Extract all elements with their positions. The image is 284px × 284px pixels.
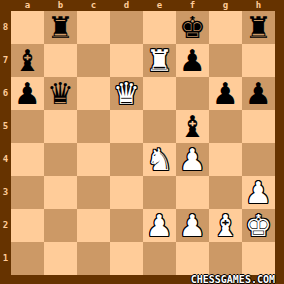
square-c8[interactable] [77, 11, 110, 44]
square-b7[interactable] [44, 44, 77, 77]
square-h4[interactable] [242, 143, 275, 176]
square-a5[interactable] [11, 110, 44, 143]
square-e4[interactable]: ♞ [143, 143, 176, 176]
square-a7[interactable]: ♝ [11, 44, 44, 77]
square-f2[interactable]: ♟ [176, 209, 209, 242]
square-g7[interactable] [209, 44, 242, 77]
rank-label-3: 3 [0, 176, 11, 209]
square-d1[interactable] [110, 242, 143, 275]
square-b8[interactable]: ♜ [44, 11, 77, 44]
square-e6[interactable] [143, 77, 176, 110]
rank-label-4: 4 [0, 143, 11, 176]
piece-white-queen: ♛ [113, 77, 140, 110]
square-d4[interactable] [110, 143, 143, 176]
piece-black-king: ♚ [179, 11, 206, 44]
square-e5[interactable] [143, 110, 176, 143]
chess-board: ♜♚♜♝♜♟♟♛♛♟♟♝♞♟♟♟♟♝♚ [11, 11, 275, 275]
file-label-g: g [209, 0, 242, 11]
piece-white-king: ♚ [245, 209, 272, 242]
square-b3[interactable] [44, 176, 77, 209]
chessgames-logo-text: CHESSGAMES.COM [191, 275, 275, 284]
square-b1[interactable] [44, 242, 77, 275]
square-h8[interactable]: ♜ [242, 11, 275, 44]
rank-label-1: 1 [0, 242, 11, 275]
square-g6[interactable]: ♟ [209, 77, 242, 110]
file-label-a: a [11, 0, 44, 11]
square-h5[interactable] [242, 110, 275, 143]
square-f6[interactable] [176, 77, 209, 110]
piece-black-rook: ♜ [47, 11, 74, 44]
square-c2[interactable] [77, 209, 110, 242]
file-label-d: d [110, 0, 143, 11]
piece-white-bishop: ♝ [212, 209, 239, 242]
piece-black-rook: ♜ [245, 11, 272, 44]
square-f5[interactable]: ♝ [176, 110, 209, 143]
piece-black-pawn: ♟ [212, 77, 239, 110]
file-label-c: c [77, 0, 110, 11]
file-label-f: f [176, 0, 209, 11]
rank-label-5: 5 [0, 110, 11, 143]
square-g4[interactable] [209, 143, 242, 176]
piece-black-bishop: ♝ [14, 44, 41, 77]
piece-white-pawn: ♟ [245, 176, 272, 209]
square-g3[interactable] [209, 176, 242, 209]
square-d5[interactable] [110, 110, 143, 143]
file-label-b: b [44, 0, 77, 11]
square-h2[interactable]: ♚ [242, 209, 275, 242]
piece-black-pawn: ♟ [245, 77, 272, 110]
square-e1[interactable] [143, 242, 176, 275]
square-g1[interactable] [209, 242, 242, 275]
square-c7[interactable] [77, 44, 110, 77]
square-f3[interactable] [176, 176, 209, 209]
square-h3[interactable]: ♟ [242, 176, 275, 209]
piece-black-bishop: ♝ [179, 110, 206, 143]
square-g5[interactable] [209, 110, 242, 143]
square-c3[interactable] [77, 176, 110, 209]
piece-white-pawn: ♟ [179, 143, 206, 176]
square-d2[interactable] [110, 209, 143, 242]
piece-white-pawn: ♟ [146, 209, 173, 242]
piece-black-pawn: ♟ [179, 44, 206, 77]
square-f8[interactable]: ♚ [176, 11, 209, 44]
square-e7[interactable]: ♜ [143, 44, 176, 77]
piece-white-knight: ♞ [146, 143, 173, 176]
square-h6[interactable]: ♟ [242, 77, 275, 110]
square-e2[interactable]: ♟ [143, 209, 176, 242]
square-d8[interactable] [110, 11, 143, 44]
rank-label-6: 6 [0, 77, 11, 110]
square-c5[interactable] [77, 110, 110, 143]
piece-white-pawn: ♟ [179, 209, 206, 242]
chess-board-frame: abcdefgh 87654321 ♜♚♜♝♜♟♟♛♛♟♟♝♞♟♟♟♟♝♚ CH… [0, 0, 284, 284]
square-d6[interactable]: ♛ [110, 77, 143, 110]
square-e8[interactable] [143, 11, 176, 44]
square-c1[interactable] [77, 242, 110, 275]
piece-white-rook: ♜ [146, 44, 173, 77]
square-f1[interactable] [176, 242, 209, 275]
square-d3[interactable] [110, 176, 143, 209]
square-a6[interactable]: ♟ [11, 77, 44, 110]
rank-label-2: 2 [0, 209, 11, 242]
square-b2[interactable] [44, 209, 77, 242]
rank-label-8: 8 [0, 11, 11, 44]
square-d7[interactable] [110, 44, 143, 77]
square-a4[interactable] [11, 143, 44, 176]
square-f4[interactable]: ♟ [176, 143, 209, 176]
square-a8[interactable] [11, 11, 44, 44]
square-a1[interactable] [11, 242, 44, 275]
square-b6[interactable]: ♛ [44, 77, 77, 110]
square-g8[interactable] [209, 11, 242, 44]
square-c4[interactable] [77, 143, 110, 176]
file-label-e: e [143, 0, 176, 11]
rank-label-7: 7 [0, 44, 11, 77]
square-e3[interactable] [143, 176, 176, 209]
file-label-h: h [242, 0, 275, 11]
piece-black-queen: ♛ [47, 77, 74, 110]
square-h7[interactable] [242, 44, 275, 77]
square-c6[interactable] [77, 77, 110, 110]
square-h1[interactable] [242, 242, 275, 275]
square-f7[interactable]: ♟ [176, 44, 209, 77]
piece-black-pawn: ♟ [14, 77, 41, 110]
square-g2[interactable]: ♝ [209, 209, 242, 242]
square-a2[interactable] [11, 209, 44, 242]
square-b4[interactable] [44, 143, 77, 176]
square-b5[interactable] [44, 110, 77, 143]
square-a3[interactable] [11, 176, 44, 209]
